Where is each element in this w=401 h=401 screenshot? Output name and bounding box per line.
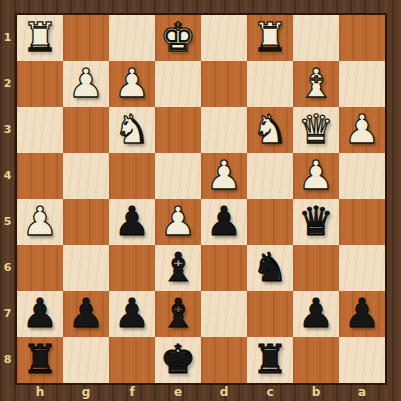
piece-black-pawn-a7[interactable]: ♟: [344, 290, 380, 336]
square-a6[interactable]: [339, 245, 385, 291]
square-c1[interactable]: ♜: [247, 15, 293, 61]
rank-label-7: 7: [0, 291, 15, 337]
square-h2[interactable]: [17, 61, 63, 107]
square-e2[interactable]: [155, 61, 201, 107]
piece-white-pawn-a3[interactable]: ♟: [344, 106, 380, 152]
rank-label-1: 1: [0, 15, 15, 61]
file-label-h: h: [17, 385, 63, 401]
piece-white-rook-c1[interactable]: ♜: [252, 14, 288, 60]
square-a3[interactable]: ♟: [339, 107, 385, 153]
board-frame: ♜♚♜♟♟♝♞♞♛♟♟♟♟♟♟♟♛♝♞♟♟♟♝♟♟♜♚♜ 12345678 hg…: [0, 0, 401, 401]
square-f4[interactable]: [109, 153, 155, 199]
file-label-d: d: [201, 385, 247, 401]
square-a1[interactable]: [339, 15, 385, 61]
square-d5[interactable]: ♟: [201, 199, 247, 245]
square-b8[interactable]: [293, 337, 339, 383]
file-label-g: g: [63, 385, 109, 401]
rank-label-3: 3: [0, 107, 15, 153]
square-b7[interactable]: ♟: [293, 291, 339, 337]
square-d7[interactable]: [201, 291, 247, 337]
square-b3[interactable]: ♛: [293, 107, 339, 153]
rank-label-4: 4: [0, 153, 15, 199]
square-b5[interactable]: ♛: [293, 199, 339, 245]
square-e5[interactable]: ♟: [155, 199, 201, 245]
square-c8[interactable]: ♜: [247, 337, 293, 383]
square-b2[interactable]: ♝: [293, 61, 339, 107]
piece-white-knight-c3[interactable]: ♞: [252, 106, 288, 152]
square-d3[interactable]: [201, 107, 247, 153]
square-b6[interactable]: [293, 245, 339, 291]
piece-white-pawn-f2[interactable]: ♟: [114, 60, 150, 106]
piece-black-rook-h8[interactable]: ♜: [22, 336, 58, 382]
square-g6[interactable]: [63, 245, 109, 291]
square-c4[interactable]: [247, 153, 293, 199]
square-g8[interactable]: [63, 337, 109, 383]
piece-white-pawn-d4[interactable]: ♟: [206, 152, 242, 198]
square-e4[interactable]: [155, 153, 201, 199]
piece-black-bishop-e7[interactable]: ♝: [160, 290, 196, 336]
rank-label-2: 2: [0, 61, 15, 107]
square-f1[interactable]: [109, 15, 155, 61]
square-h7[interactable]: ♟: [17, 291, 63, 337]
square-e1[interactable]: ♚: [155, 15, 201, 61]
square-g3[interactable]: [63, 107, 109, 153]
square-a2[interactable]: [339, 61, 385, 107]
chess-board: ♜♚♜♟♟♝♞♞♛♟♟♟♟♟♟♟♛♝♞♟♟♟♝♟♟♜♚♜: [17, 15, 385, 383]
square-f2[interactable]: ♟: [109, 61, 155, 107]
square-h5[interactable]: ♟: [17, 199, 63, 245]
piece-black-pawn-d5[interactable]: ♟: [206, 198, 242, 244]
square-f7[interactable]: ♟: [109, 291, 155, 337]
square-e8[interactable]: ♚: [155, 337, 201, 383]
square-d4[interactable]: ♟: [201, 153, 247, 199]
square-f6[interactable]: [109, 245, 155, 291]
piece-white-pawn-g2[interactable]: ♟: [68, 60, 104, 106]
chess-app: ♜♚♜♟♟♝♞♞♛♟♟♟♟♟♟♟♛♝♞♟♟♟♝♟♟♜♚♜ 12345678 hg…: [0, 0, 401, 401]
piece-black-pawn-h7[interactable]: ♟: [22, 290, 58, 336]
square-g4[interactable]: [63, 153, 109, 199]
piece-white-pawn-h5[interactable]: ♟: [22, 198, 58, 244]
square-f3[interactable]: ♞: [109, 107, 155, 153]
square-a4[interactable]: [339, 153, 385, 199]
piece-black-king-e8[interactable]: ♚: [160, 336, 196, 382]
square-d2[interactable]: [201, 61, 247, 107]
piece-white-king-e1[interactable]: ♚: [160, 14, 196, 60]
square-a5[interactable]: [339, 199, 385, 245]
square-h8[interactable]: ♜: [17, 337, 63, 383]
file-label-f: f: [109, 385, 155, 401]
square-g1[interactable]: [63, 15, 109, 61]
square-e6[interactable]: ♝: [155, 245, 201, 291]
piece-black-rook-c8[interactable]: ♜: [252, 336, 288, 382]
square-h4[interactable]: [17, 153, 63, 199]
piece-black-bishop-e6[interactable]: ♝: [160, 244, 196, 290]
square-e7[interactable]: ♝: [155, 291, 201, 337]
square-d8[interactable]: [201, 337, 247, 383]
piece-white-rook-h1[interactable]: ♜: [22, 14, 58, 60]
file-label-c: c: [247, 385, 293, 401]
square-h3[interactable]: [17, 107, 63, 153]
piece-black-pawn-f5[interactable]: ♟: [114, 198, 150, 244]
file-label-e: e: [155, 385, 201, 401]
square-b4[interactable]: ♟: [293, 153, 339, 199]
piece-white-knight-f3[interactable]: ♞: [114, 106, 150, 152]
piece-white-bishop-b2[interactable]: ♝: [298, 60, 334, 106]
piece-white-queen-b3[interactable]: ♛: [298, 106, 334, 152]
square-g7[interactable]: ♟: [63, 291, 109, 337]
rank-label-8: 8: [0, 337, 15, 383]
piece-black-pawn-b7[interactable]: ♟: [298, 290, 334, 336]
piece-black-knight-c6[interactable]: ♞: [252, 244, 288, 290]
square-d1[interactable]: [201, 15, 247, 61]
file-label-a: a: [339, 385, 385, 401]
piece-white-pawn-e5[interactable]: ♟: [160, 198, 196, 244]
piece-black-pawn-f7[interactable]: ♟: [114, 290, 150, 336]
square-c6[interactable]: ♞: [247, 245, 293, 291]
rank-label-5: 5: [0, 199, 15, 245]
square-g2[interactable]: ♟: [63, 61, 109, 107]
square-g5[interactable]: [63, 199, 109, 245]
square-a7[interactable]: ♟: [339, 291, 385, 337]
square-f8[interactable]: [109, 337, 155, 383]
square-e3[interactable]: [155, 107, 201, 153]
piece-black-pawn-g7[interactable]: ♟: [68, 290, 104, 336]
square-h6[interactable]: [17, 245, 63, 291]
file-label-b: b: [293, 385, 339, 401]
piece-white-pawn-b4[interactable]: ♟: [298, 152, 334, 198]
piece-black-queen-b5[interactable]: ♛: [298, 198, 334, 244]
square-c2[interactable]: [247, 61, 293, 107]
square-b1[interactable]: [293, 15, 339, 61]
square-h1[interactable]: ♜: [17, 15, 63, 61]
square-c3[interactable]: ♞: [247, 107, 293, 153]
square-f5[interactable]: ♟: [109, 199, 155, 245]
rank-label-6: 6: [0, 245, 15, 291]
square-d6[interactable]: [201, 245, 247, 291]
square-a8[interactable]: [339, 337, 385, 383]
square-c7[interactable]: [247, 291, 293, 337]
square-c5[interactable]: [247, 199, 293, 245]
